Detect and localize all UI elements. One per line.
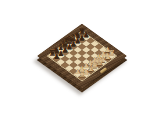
square-a1[interactable]: ♜ [78,74,86,80]
chess-board: ♜♟♟♜♞♟♟♞♝♟♟♝♚♟♟♚♛♟♟♛♝♟♟♝♞♟♟♞♜♟♟♜ [37,23,128,88]
piece-white-rook[interactable]: ♜ [78,71,85,79]
chess-set-photo: ♜♟♟♜♞♟♟♞♝♟♟♝♚♟♟♚♛♟♟♛♝♟♟♝♞♟♟♞♜♟♟♜ [0,0,166,120]
piece-black-pawn[interactable]: ♟ [53,53,59,60]
